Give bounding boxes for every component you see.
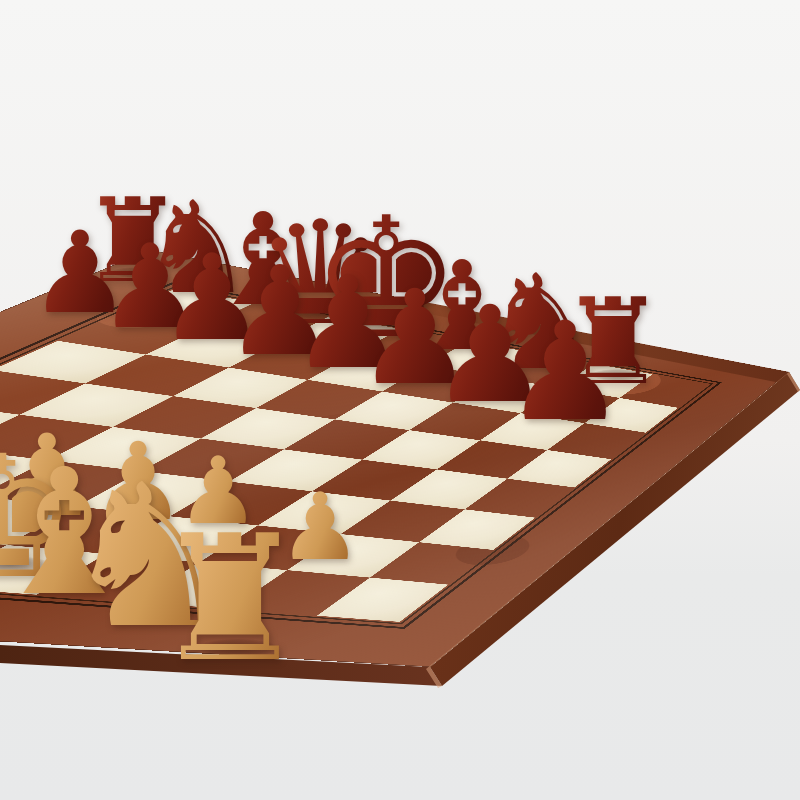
piece-natural-r-h1: ♜ — [152, 513, 308, 687]
chess-set-photo: ♜♞♝♟♛♟♚♟♝♟♞♟♟♜♟♟♟♟♟♟♚♝♞♜ — [0, 0, 800, 800]
piece-red-p-h7: ♟ — [504, 304, 626, 440]
